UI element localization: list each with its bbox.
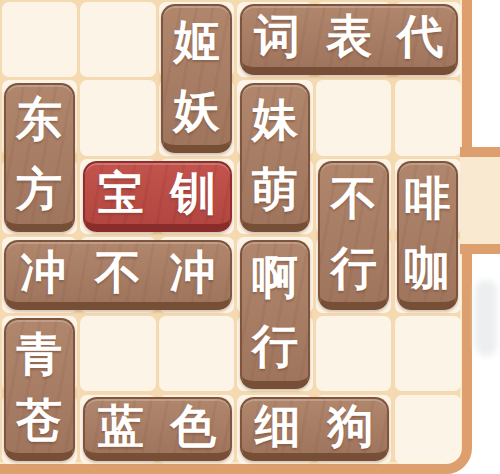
tile-char: 狗 <box>314 399 387 453</box>
tile-char: 萌 <box>242 154 309 224</box>
board-cell-r5c2 <box>80 316 156 392</box>
tile-xi-gou[interactable]: 细狗 <box>240 397 389 461</box>
tile-char: 代 <box>385 6 456 67</box>
tile-char: 冲 <box>155 242 230 303</box>
tile-char: 妹 <box>242 85 309 155</box>
board-cell-r5c6 <box>395 316 461 392</box>
board-cell-r5c5 <box>316 316 392 392</box>
tile-fei-ka[interactable]: 啡咖 <box>397 161 458 310</box>
tile-ji-yao[interactable]: 姬妖 <box>161 4 232 153</box>
tile-char: 行 <box>320 233 387 303</box>
tile-char: 色 <box>157 399 230 453</box>
tile-char: 词 <box>242 6 313 67</box>
board-cell-r2c2 <box>80 80 156 156</box>
tile-char: 青 <box>6 320 73 386</box>
tile-char: 方 <box>6 154 73 224</box>
word-puzzle-board-screen: 姬妖词表代东方妹萌宝钏不行啡咖冲不冲啊行青苍蓝色细狗 <box>0 0 500 474</box>
tile-qing-cang[interactable]: 青苍 <box>4 318 75 461</box>
tile-char: 妖 <box>163 76 230 146</box>
tile-chong-bu-chong[interactable]: 冲不冲 <box>4 240 232 311</box>
tile-ci-biao-dai[interactable]: 词表代 <box>240 4 458 75</box>
tile-char: 表 <box>313 6 384 67</box>
tile-bao-chuan[interactable]: 宝钏 <box>83 161 232 232</box>
board-cell-r2c5 <box>316 80 392 156</box>
board-cell-r1c1 <box>2 2 78 78</box>
tile-a-xing[interactable]: 啊行 <box>240 240 311 389</box>
tile-lan-se[interactable]: 蓝色 <box>83 397 232 461</box>
tile-char: 不 <box>320 163 387 233</box>
tile-char: 啊 <box>242 242 309 312</box>
tile-char: 蓝 <box>85 399 158 453</box>
tile-char: 细 <box>242 399 315 453</box>
tile-char: 东 <box>6 85 73 155</box>
cloud-decoration <box>475 280 497 356</box>
tile-dong-fang[interactable]: 东方 <box>4 83 75 232</box>
tile-char: 啡 <box>399 163 456 233</box>
board-cell-r1c2 <box>80 2 156 78</box>
board-cell-r2c6 <box>395 80 461 156</box>
board-cell-r6c6 <box>395 395 461 464</box>
tile-char: 苍 <box>6 387 73 453</box>
tile-char: 冲 <box>6 242 81 303</box>
tile-bu-xing[interactable]: 不行 <box>318 161 389 310</box>
tile-char: 咖 <box>399 233 456 303</box>
tile-char: 钏 <box>157 163 230 224</box>
tile-char: 行 <box>242 311 309 381</box>
board-right-tab <box>460 147 500 254</box>
tile-char: 不 <box>81 242 156 303</box>
tile-char: 姬 <box>163 6 230 76</box>
tile-mei-meng[interactable]: 妹萌 <box>240 83 311 232</box>
tile-char: 宝 <box>85 163 158 224</box>
board-cell-r5c3 <box>159 316 235 392</box>
